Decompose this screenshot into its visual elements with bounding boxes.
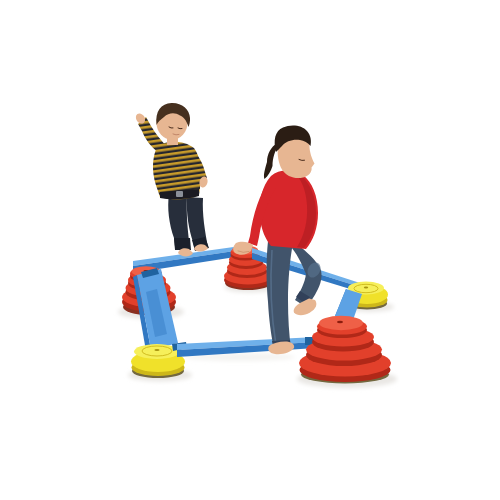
cone-top-hole (337, 321, 343, 324)
boy-belt-buckle (176, 191, 183, 197)
stone-top-hole (364, 287, 368, 289)
photo-canvas (0, 0, 500, 500)
stone-top-hole (154, 349, 159, 351)
balance-course-photo (0, 0, 500, 500)
